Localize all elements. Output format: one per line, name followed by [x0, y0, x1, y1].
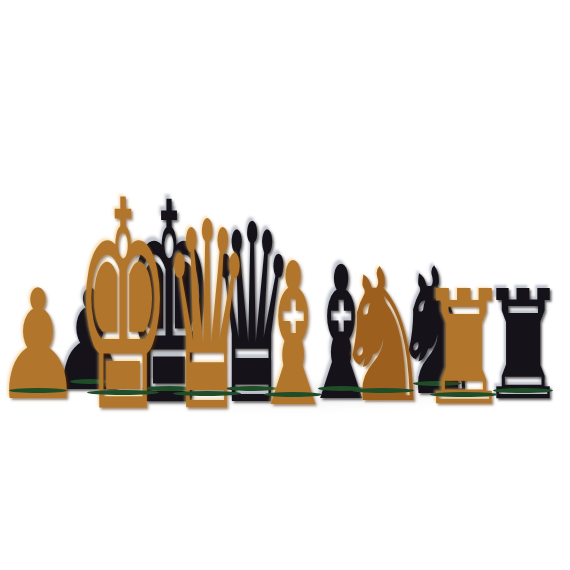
- white-rook-glyph: ♜: [420, 270, 509, 428]
- white-bishop-glyph: ♝: [250, 238, 335, 435]
- white-king-felt: [87, 390, 159, 395]
- chess-set-photo: ♟ ♚ ♛ ♝ ♞ ♜ ♟ ♚ ♛ ♝ ♞ ♜: [0, 0, 570, 570]
- white-bishop-felt: [264, 392, 322, 397]
- white-knight-felt: [352, 388, 414, 393]
- white-queen-piece: ♛: [164, 188, 251, 395]
- white-pawn-glyph: ♟: [0, 271, 81, 423]
- white-rook-felt: [430, 392, 498, 397]
- white-rook-piece: ♜: [420, 270, 509, 396]
- white-king-glyph: ♚: [76, 163, 171, 452]
- white-bishop-piece: ♝: [250, 238, 335, 396]
- white-queen-felt: [173, 391, 241, 396]
- white-knight-piece: ♞: [335, 245, 430, 392]
- white-pawn-piece: ♟: [0, 271, 81, 392]
- white-pawn-felt: [9, 388, 67, 393]
- white-queen-glyph: ♛: [164, 188, 251, 447]
- white-king-piece: ♚: [76, 163, 171, 394]
- white-knight-glyph: ♞: [335, 245, 430, 429]
